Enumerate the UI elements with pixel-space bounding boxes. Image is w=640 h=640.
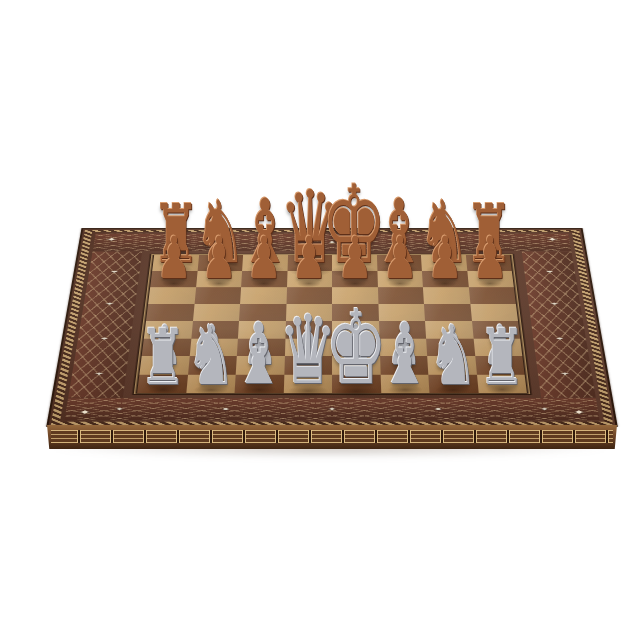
piece-silver-bishop-f1[interactable]: ♝ xyxy=(379,312,430,396)
product-photo-scene: ✦◆✦ ✦◆✦◆✦ ◆✦◆✦ ◆✦◆✦ ✦✦✦✦ ♜♞♝♛♚♝♞♜♟♟♟♟♟♟♟… xyxy=(0,0,640,640)
piece-copper-pawn-g7[interactable]: ♟ xyxy=(427,230,463,288)
piece-silver-bishop-c1[interactable]: ♝ xyxy=(234,312,285,396)
piece-copper-pawn-a7[interactable]: ♟ xyxy=(156,230,192,288)
piece-silver-knight-b1[interactable]: ♞ xyxy=(186,314,236,397)
pieces-layer: ♜♞♝♛♚♝♞♜♟♟♟♟♟♟♟♟♟♟♟♟♟♟♟♟♜♞♝♛♚♝♞♜ xyxy=(0,0,640,640)
piece-silver-rook-a1[interactable]: ♜ xyxy=(139,318,186,395)
piece-copper-pawn-h7[interactable]: ♟ xyxy=(472,230,508,288)
piece-copper-pawn-f7[interactable]: ♟ xyxy=(382,230,418,288)
piece-silver-rook-h1[interactable]: ♜ xyxy=(478,318,525,395)
piece-silver-knight-g1[interactable]: ♞ xyxy=(428,314,478,397)
piece-copper-pawn-b7[interactable]: ♟ xyxy=(201,230,237,288)
piece-copper-pawn-c7[interactable]: ♟ xyxy=(246,230,282,288)
piece-copper-pawn-e7[interactable]: ♟ xyxy=(337,230,373,288)
piece-silver-king-e1[interactable]: ♚ xyxy=(325,296,388,399)
piece-copper-pawn-d7[interactable]: ♟ xyxy=(292,230,328,288)
